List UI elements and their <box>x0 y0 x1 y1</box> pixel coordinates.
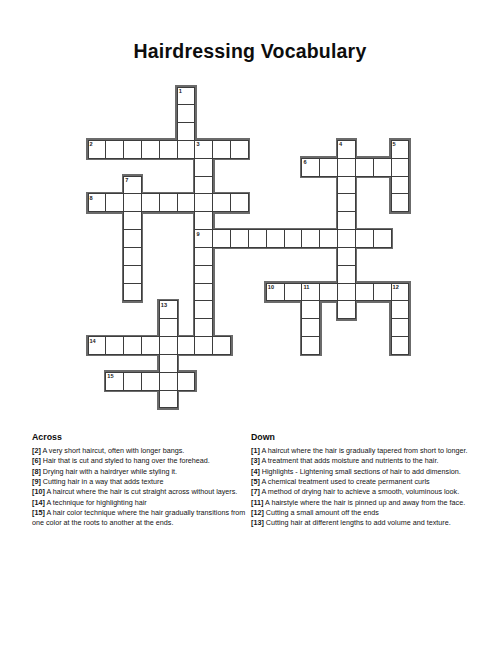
grid-cell[interactable] <box>123 211 142 230</box>
down-header: Down <box>251 432 474 442</box>
clue-number: [13] <box>251 518 264 527</box>
grid-cell[interactable] <box>123 265 142 284</box>
clue-number: [14] <box>32 498 45 507</box>
down-clues-section: Down [1] A haircut where the hair is gra… <box>251 432 474 529</box>
across-clue-list: [2] A very short haircut, often with lon… <box>32 446 251 529</box>
grid-cell[interactable] <box>337 193 356 212</box>
grid-cell[interactable] <box>337 229 356 248</box>
grid-cell[interactable] <box>301 158 320 177</box>
grid-cell[interactable] <box>301 283 320 302</box>
grid-cell[interactable] <box>337 300 356 319</box>
grid-cell[interactable] <box>355 158 374 177</box>
grid-cell[interactable] <box>337 247 356 266</box>
across-clues-section: Across [2] A very short haircut, often w… <box>32 432 251 529</box>
grid-cell[interactable] <box>105 336 124 355</box>
grid-cell[interactable] <box>301 229 320 248</box>
grid-cell[interactable] <box>159 193 178 212</box>
grid-cell[interactable] <box>123 372 142 391</box>
grid-cell[interactable] <box>194 229 213 248</box>
clue-across-8: [8] Drying hair with a hairdryer while s… <box>32 467 251 477</box>
grid-cell[interactable] <box>159 372 178 391</box>
clue-number: [4] <box>251 467 260 476</box>
grid-cell[interactable] <box>159 300 178 319</box>
crossword-grid: 123456789101112131415 <box>88 87 411 410</box>
grid-cell[interactable] <box>319 229 338 248</box>
grid-cell[interactable] <box>248 229 267 248</box>
clue-across-10: [10] A haircut where the hair is cut str… <box>32 487 251 497</box>
grid-cell[interactable] <box>373 283 392 302</box>
grid-cell[interactable] <box>88 140 107 159</box>
grid-cell[interactable] <box>194 247 213 266</box>
grid-cell[interactable] <box>284 229 303 248</box>
clue-number: [7] <box>251 487 260 496</box>
grid-cell[interactable] <box>284 283 303 302</box>
grid-cell[interactable] <box>105 193 124 212</box>
clue-across-9: [9] Cutting hair in a way that adds text… <box>32 477 251 487</box>
clue-number: [11] <box>251 498 263 507</box>
clue-number: [12] <box>251 508 264 517</box>
grid-cell[interactable] <box>141 336 160 355</box>
across-header: Across <box>32 432 251 442</box>
grid-cell[interactable] <box>194 140 213 159</box>
grid-cell[interactable] <box>194 283 213 302</box>
grid-cell[interactable] <box>391 283 410 302</box>
clue-number: [5] <box>251 477 260 486</box>
grid-cell[interactable] <box>141 372 160 391</box>
grid-cell[interactable] <box>212 336 231 355</box>
grid-cell[interactable] <box>141 193 160 212</box>
grid-cell[interactable] <box>391 336 410 355</box>
grid-cell[interactable] <box>301 300 320 319</box>
grid-cell[interactable] <box>355 229 374 248</box>
grid-cell[interactable] <box>177 87 196 106</box>
grid-cell[interactable] <box>391 176 410 195</box>
clue-number: [10] <box>32 487 45 496</box>
grid-cell[interactable] <box>177 140 196 159</box>
grid-cell[interactable] <box>194 176 213 195</box>
clue-down-7: [7] A method of drying hair to achieve a… <box>251 487 474 497</box>
grid-cell[interactable] <box>337 265 356 284</box>
grid-cell[interactable] <box>123 176 142 195</box>
clue-number: [3] <box>251 456 260 465</box>
page-title: Hairdressing Vocabulary <box>0 40 500 63</box>
grid-cell[interactable] <box>105 140 124 159</box>
grid-cell[interactable] <box>337 176 356 195</box>
grid-cell[interactable] <box>123 229 142 248</box>
clue-across-15: [15] A hair color technique where the ha… <box>32 508 251 529</box>
grid-cell[interactable] <box>301 318 320 337</box>
grid-cell[interactable] <box>319 283 338 302</box>
grid-cell[interactable] <box>194 318 213 337</box>
grid-cell[interactable] <box>88 336 107 355</box>
clue-number: [2] <box>32 446 41 455</box>
grid-cell[interactable] <box>337 158 356 177</box>
clue-across-6: [6] Hair that is cut and styled to hang … <box>32 456 251 466</box>
grid-cell[interactable] <box>194 265 213 284</box>
clue-number: [9] <box>32 477 41 486</box>
clue-number: [6] <box>32 456 41 465</box>
puzzle-page: Hairdressing Vocabulary 1234567891011121… <box>0 0 500 647</box>
grid-cell[interactable] <box>194 336 213 355</box>
grid-cell[interactable] <box>177 372 196 391</box>
grid-cell[interactable] <box>337 140 356 159</box>
grid-cell[interactable] <box>159 336 178 355</box>
grid-cell[interactable] <box>88 193 107 212</box>
grid-cell[interactable] <box>105 372 124 391</box>
grid-cell[interactable] <box>177 336 196 355</box>
grid-cell[interactable] <box>194 158 213 177</box>
clue-number: [1] <box>251 446 260 455</box>
grid-cell[interactable] <box>266 229 285 248</box>
grid-cell[interactable] <box>159 140 178 159</box>
clue-down-12: [12] Cutting a small amount off the ends <box>251 508 474 518</box>
grid-cell[interactable] <box>123 336 142 355</box>
grid-cell[interactable] <box>123 140 142 159</box>
grid-cell[interactable] <box>177 104 196 123</box>
grid-cell[interactable] <box>355 283 374 302</box>
grid-cell[interactable] <box>319 158 338 177</box>
grid-cell[interactable] <box>123 247 142 266</box>
grid-cell[interactable] <box>212 229 231 248</box>
clue-across-14: [14] A technique for highlighting hair <box>32 498 251 508</box>
grid-cell[interactable] <box>301 336 320 355</box>
grid-cell[interactable] <box>159 354 178 373</box>
clue-down-5: [5] A chemical treatment used to create … <box>251 477 474 487</box>
clue-across-2: [2] A very short haircut, often with lon… <box>32 446 251 456</box>
clue-down-3: [3] A treatment that adds moisture and n… <box>251 456 474 466</box>
clue-down-11: [11] A hairstyle where the hair is pinne… <box>251 498 474 508</box>
grid-cell[interactable] <box>391 140 410 159</box>
grid-cell[interactable] <box>391 300 410 319</box>
grid-cell[interactable] <box>194 211 213 230</box>
grid-cell[interactable] <box>337 211 356 230</box>
grid-cell[interactable] <box>391 193 410 212</box>
down-clue-list: [1] A haircut where the hair is graduall… <box>251 446 474 529</box>
grid-cell[interactable] <box>141 140 160 159</box>
grid-cell[interactable] <box>373 229 392 248</box>
grid-cell[interactable] <box>230 140 249 159</box>
grid-cell[interactable] <box>373 158 392 177</box>
clue-number: [8] <box>32 467 41 476</box>
grid-cell[interactable] <box>194 300 213 319</box>
grid-cell[interactable] <box>123 193 142 212</box>
grid-cell[interactable] <box>230 193 249 212</box>
grid-cell[interactable] <box>391 318 410 337</box>
grid-cell[interactable] <box>266 283 285 302</box>
grid-cell[interactable] <box>337 283 356 302</box>
grid-cell[interactable] <box>177 122 196 141</box>
grid-cell[interactable] <box>177 193 196 212</box>
grid-cell[interactable] <box>212 193 231 212</box>
grid-cell[interactable] <box>123 283 142 302</box>
grid-cell[interactable] <box>230 229 249 248</box>
clue-down-1: [1] A haircut where the hair is graduall… <box>251 446 474 456</box>
grid-cell[interactable] <box>391 158 410 177</box>
clue-number: [15] <box>32 508 45 517</box>
clue-down-4: [4] Highlights - Lightening small sectio… <box>251 467 474 477</box>
grid-cell[interactable] <box>159 318 178 337</box>
grid-cell[interactable] <box>159 390 178 409</box>
grid-cell[interactable] <box>212 140 231 159</box>
clue-down-13: [13] Cutting hair at different lengths t… <box>251 518 474 528</box>
grid-cell[interactable] <box>194 193 213 212</box>
